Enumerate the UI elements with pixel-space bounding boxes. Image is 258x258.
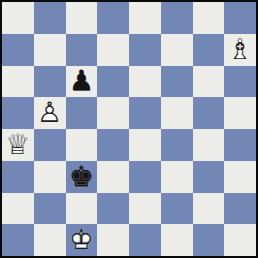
square-f5[interactable] bbox=[161, 97, 193, 129]
square-d5[interactable] bbox=[97, 97, 129, 129]
square-e1[interactable] bbox=[129, 224, 161, 256]
square-c4[interactable] bbox=[66, 129, 98, 161]
chess-diagram: ♝♗♟♟♙♛♕♚♚♔ bbox=[0, 0, 258, 258]
square-c3[interactable]: ♚ bbox=[66, 161, 98, 193]
square-g3[interactable] bbox=[193, 161, 225, 193]
black-king-glyph: ♚ bbox=[66, 161, 98, 193]
white-king-glyph: ♔ bbox=[66, 224, 98, 256]
square-b4[interactable] bbox=[34, 129, 66, 161]
square-d2[interactable] bbox=[97, 193, 129, 225]
white-pawn-glyph: ♙ bbox=[34, 97, 66, 129]
square-g8[interactable] bbox=[193, 2, 225, 34]
white-pawn[interactable]: ♟♙ bbox=[34, 97, 66, 129]
square-b5[interactable]: ♟♙ bbox=[34, 97, 66, 129]
square-a4[interactable]: ♛♕ bbox=[2, 129, 34, 161]
square-c2[interactable] bbox=[66, 193, 98, 225]
square-e7[interactable] bbox=[129, 34, 161, 66]
square-b6[interactable] bbox=[34, 66, 66, 98]
square-b2[interactable] bbox=[34, 193, 66, 225]
square-f3[interactable] bbox=[161, 161, 193, 193]
square-f4[interactable] bbox=[161, 129, 193, 161]
square-g6[interactable] bbox=[193, 66, 225, 98]
square-a1[interactable] bbox=[2, 224, 34, 256]
square-b7[interactable] bbox=[34, 34, 66, 66]
square-d7[interactable] bbox=[97, 34, 129, 66]
square-d6[interactable] bbox=[97, 66, 129, 98]
square-d3[interactable] bbox=[97, 161, 129, 193]
black-pawn-glyph: ♟ bbox=[66, 66, 98, 98]
square-e4[interactable] bbox=[129, 129, 161, 161]
square-b1[interactable] bbox=[34, 224, 66, 256]
square-b3[interactable] bbox=[34, 161, 66, 193]
square-h6[interactable] bbox=[224, 66, 256, 98]
square-d1[interactable] bbox=[97, 224, 129, 256]
square-a3[interactable] bbox=[2, 161, 34, 193]
square-a6[interactable] bbox=[2, 66, 34, 98]
square-h3[interactable] bbox=[224, 161, 256, 193]
square-c1[interactable]: ♚♔ bbox=[66, 224, 98, 256]
square-e3[interactable] bbox=[129, 161, 161, 193]
square-f7[interactable] bbox=[161, 34, 193, 66]
square-e5[interactable] bbox=[129, 97, 161, 129]
square-h7[interactable]: ♝♗ bbox=[224, 34, 256, 66]
black-king[interactable]: ♚ bbox=[66, 161, 98, 193]
white-queen-glyph: ♕ bbox=[2, 129, 34, 161]
square-a8[interactable] bbox=[2, 2, 34, 34]
square-c7[interactable] bbox=[66, 34, 98, 66]
square-g5[interactable] bbox=[193, 97, 225, 129]
square-g4[interactable] bbox=[193, 129, 225, 161]
square-f6[interactable] bbox=[161, 66, 193, 98]
square-c5[interactable] bbox=[66, 97, 98, 129]
white-queen[interactable]: ♛♕ bbox=[2, 129, 34, 161]
white-bishop-glyph: ♗ bbox=[224, 34, 256, 66]
square-f2[interactable] bbox=[161, 193, 193, 225]
black-pawn[interactable]: ♟ bbox=[66, 66, 98, 98]
square-a2[interactable] bbox=[2, 193, 34, 225]
square-e2[interactable] bbox=[129, 193, 161, 225]
square-h5[interactable] bbox=[224, 97, 256, 129]
square-f8[interactable] bbox=[161, 2, 193, 34]
square-h2[interactable] bbox=[224, 193, 256, 225]
square-e8[interactable] bbox=[129, 2, 161, 34]
square-h4[interactable] bbox=[224, 129, 256, 161]
square-g2[interactable] bbox=[193, 193, 225, 225]
square-c6[interactable]: ♟ bbox=[66, 66, 98, 98]
square-d8[interactable] bbox=[97, 2, 129, 34]
square-d4[interactable] bbox=[97, 129, 129, 161]
white-king[interactable]: ♚♔ bbox=[66, 224, 98, 256]
square-g1[interactable] bbox=[193, 224, 225, 256]
square-a5[interactable] bbox=[2, 97, 34, 129]
square-a7[interactable] bbox=[2, 34, 34, 66]
square-h1[interactable] bbox=[224, 224, 256, 256]
square-e6[interactable] bbox=[129, 66, 161, 98]
chess-board: ♝♗♟♟♙♛♕♚♚♔ bbox=[0, 0, 258, 258]
square-h8[interactable] bbox=[224, 2, 256, 34]
square-b8[interactable] bbox=[34, 2, 66, 34]
square-f1[interactable] bbox=[161, 224, 193, 256]
square-c8[interactable] bbox=[66, 2, 98, 34]
white-bishop[interactable]: ♝♗ bbox=[224, 34, 256, 66]
square-g7[interactable] bbox=[193, 34, 225, 66]
